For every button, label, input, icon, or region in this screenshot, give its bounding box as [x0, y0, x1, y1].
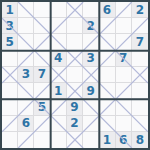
cell-r1c4[interactable] [51, 2, 67, 18]
cell-r2c1[interactable]: 3 [2, 18, 18, 34]
cell-r2c9[interactable] [132, 18, 148, 34]
cell-r5c2[interactable]: 3 [18, 67, 34, 83]
cell-r9c6[interactable] [83, 132, 99, 148]
cell-r6c1[interactable] [2, 83, 18, 99]
cell-r6c4[interactable]: 1 [51, 83, 67, 99]
cell-r4c4[interactable]: 4 [51, 51, 67, 67]
cell-r7c8[interactable] [116, 99, 132, 115]
cell-r9c9[interactable]: 8 [132, 132, 148, 148]
cell-r8c5[interactable]: 2 [67, 116, 83, 132]
cell-r6c9[interactable] [132, 83, 148, 99]
cell-r5c5[interactable] [67, 67, 83, 83]
cell-r3c6[interactable] [83, 34, 99, 50]
cell-r3c7[interactable] [99, 34, 115, 50]
cell-r7c2[interactable] [18, 99, 34, 115]
cell-r2c3[interactable] [34, 18, 50, 34]
cell-r7c4[interactable] [51, 99, 67, 115]
cell-r5c8[interactable] [116, 67, 132, 83]
cell-r8c7[interactable] [99, 116, 115, 132]
cell-r8c4[interactable] [51, 116, 67, 132]
cell-r7c3[interactable]: 5 [34, 99, 50, 115]
cell-r6c7[interactable] [99, 83, 115, 99]
cell-r8c9[interactable] [132, 116, 148, 132]
cell-r7c1[interactable] [2, 99, 18, 115]
cell-r1c1[interactable]: 1 [2, 2, 18, 18]
cell-r9c1[interactable] [2, 132, 18, 148]
cell-r8c8[interactable] [116, 116, 132, 132]
cell-r5c9[interactable] [132, 67, 148, 83]
cell-r4c1[interactable] [2, 51, 18, 67]
cell-r2c7[interactable] [99, 18, 115, 34]
cell-r1c8[interactable] [116, 2, 132, 18]
cell-r8c2[interactable]: 6 [18, 116, 34, 132]
cell-r7c9[interactable] [132, 99, 148, 115]
cell-r1c6[interactable] [83, 2, 99, 18]
cell-r1c5[interactable] [67, 2, 83, 18]
cell-r5c3[interactable]: 7 [34, 67, 50, 83]
cell-r8c6[interactable] [83, 116, 99, 132]
cell-r6c2[interactable] [18, 83, 34, 99]
cell-r5c6[interactable] [83, 67, 99, 83]
cell-r9c8[interactable]: 6 [116, 132, 132, 148]
cell-r4c8[interactable]: 7 [116, 51, 132, 67]
cell-r2c5[interactable] [67, 18, 83, 34]
cell-r3c8[interactable] [116, 34, 132, 50]
cell-r1c7[interactable]: 6 [99, 2, 115, 18]
cell-r7c6[interactable] [83, 99, 99, 115]
cell-r9c2[interactable] [18, 132, 34, 148]
cell-r3c3[interactable] [34, 34, 50, 50]
cell-r9c5[interactable] [67, 132, 83, 148]
cell-r2c8[interactable] [116, 18, 132, 34]
cell-r3c2[interactable] [18, 34, 34, 50]
cell-r6c6[interactable]: 9 [83, 83, 99, 99]
cell-r9c4[interactable] [51, 132, 67, 148]
cell-r3c1[interactable]: 5 [2, 34, 18, 50]
cell-r4c2[interactable] [18, 51, 34, 67]
cell-r9c3[interactable] [34, 132, 50, 148]
sudoku-cells: 162325743737195962168 [2, 2, 148, 148]
sudoku-board: 162325743737195962168 [0, 0, 150, 150]
cell-r7c7[interactable] [99, 99, 115, 115]
cell-r3c4[interactable] [51, 34, 67, 50]
cell-r8c3[interactable] [34, 116, 50, 132]
cell-r1c2[interactable] [18, 2, 34, 18]
cell-r7c5[interactable]: 9 [67, 99, 83, 115]
cell-r3c9[interactable]: 7 [132, 34, 148, 50]
cell-r2c4[interactable] [51, 18, 67, 34]
cell-r5c4[interactable] [51, 67, 67, 83]
cell-r8c1[interactable] [2, 116, 18, 132]
cell-r4c3[interactable] [34, 51, 50, 67]
cell-r1c3[interactable] [34, 2, 50, 18]
cell-r4c7[interactable] [99, 51, 115, 67]
cell-r6c5[interactable] [67, 83, 83, 99]
cell-r4c9[interactable] [132, 51, 148, 67]
cell-r4c6[interactable]: 3 [83, 51, 99, 67]
cell-r5c1[interactable] [2, 67, 18, 83]
cell-r3c5[interactable] [67, 34, 83, 50]
cell-r9c7[interactable]: 1 [99, 132, 115, 148]
cell-r4c5[interactable] [67, 51, 83, 67]
cell-r2c6[interactable]: 2 [83, 18, 99, 34]
cell-r6c8[interactable] [116, 83, 132, 99]
cell-r5c7[interactable] [99, 67, 115, 83]
cell-r2c2[interactable] [18, 18, 34, 34]
cell-r1c9[interactable]: 2 [132, 2, 148, 18]
cell-r6c3[interactable] [34, 83, 50, 99]
